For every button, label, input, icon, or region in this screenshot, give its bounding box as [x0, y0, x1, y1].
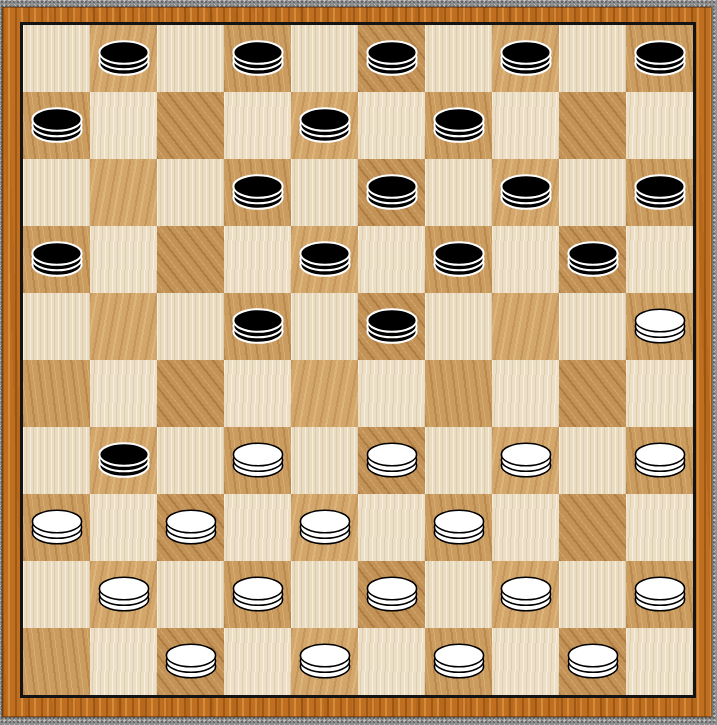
- square-13[interactable]: [358, 159, 425, 226]
- white-man-piece[interactable]: [97, 576, 151, 613]
- square-27[interactable]: [157, 360, 224, 427]
- square-24[interactable]: [492, 293, 559, 360]
- square-50[interactable]: [559, 628, 626, 695]
- square-light-r1c3: [157, 25, 224, 92]
- white-man-piece[interactable]: [633, 308, 687, 345]
- square-43[interactable]: [358, 561, 425, 628]
- square-light-r10c10: [626, 628, 693, 695]
- square-light-r10c6: [358, 628, 425, 695]
- black-man-piece[interactable]: [30, 241, 84, 278]
- square-light-r2c10: [626, 92, 693, 159]
- square-21[interactable]: [90, 293, 157, 360]
- square-light-r1c1: [23, 25, 90, 92]
- square-light-r3c7: [425, 159, 492, 226]
- white-man-piece[interactable]: [298, 643, 352, 680]
- square-6[interactable]: [23, 92, 90, 159]
- square-26[interactable]: [23, 360, 90, 427]
- square-light-r7c5: [291, 427, 358, 494]
- square-light-r4c4: [224, 226, 291, 293]
- square-4[interactable]: [492, 25, 559, 92]
- square-45[interactable]: [626, 561, 693, 628]
- square-light-r6c6: [358, 360, 425, 427]
- square-light-r5c9: [559, 293, 626, 360]
- black-man-piece[interactable]: [97, 442, 151, 479]
- square-light-r10c8: [492, 628, 559, 695]
- square-49[interactable]: [425, 628, 492, 695]
- square-light-r9c1: [23, 561, 90, 628]
- square-light-r5c1: [23, 293, 90, 360]
- black-man-piece[interactable]: [97, 40, 151, 77]
- square-light-r1c9: [559, 25, 626, 92]
- square-9[interactable]: [425, 92, 492, 159]
- square-25[interactable]: [626, 293, 693, 360]
- white-man-piece[interactable]: [231, 442, 285, 479]
- square-35[interactable]: [626, 427, 693, 494]
- white-man-piece[interactable]: [365, 442, 419, 479]
- square-28[interactable]: [291, 360, 358, 427]
- square-light-r7c3: [157, 427, 224, 494]
- square-22[interactable]: [224, 293, 291, 360]
- square-light-r8c10: [626, 494, 693, 561]
- white-man-piece[interactable]: [365, 576, 419, 613]
- black-man-piece[interactable]: [231, 174, 285, 211]
- square-41[interactable]: [90, 561, 157, 628]
- square-light-r8c2: [90, 494, 157, 561]
- square-31[interactable]: [90, 427, 157, 494]
- black-man-piece[interactable]: [231, 40, 285, 77]
- white-man-piece[interactable]: [499, 442, 553, 479]
- white-man-piece[interactable]: [499, 576, 553, 613]
- square-42[interactable]: [224, 561, 291, 628]
- square-light-r5c3: [157, 293, 224, 360]
- black-man-piece[interactable]: [365, 40, 419, 77]
- square-1[interactable]: [90, 25, 157, 92]
- desktop-background: [0, 0, 717, 725]
- square-light-r6c8: [492, 360, 559, 427]
- square-18[interactable]: [291, 226, 358, 293]
- black-man-piece[interactable]: [365, 174, 419, 211]
- square-5[interactable]: [626, 25, 693, 92]
- square-light-r8c8: [492, 494, 559, 561]
- square-light-r9c7: [425, 561, 492, 628]
- square-7[interactable]: [157, 92, 224, 159]
- black-man-piece[interactable]: [365, 308, 419, 345]
- white-man-piece[interactable]: [633, 576, 687, 613]
- square-light-r2c4: [224, 92, 291, 159]
- square-47[interactable]: [157, 628, 224, 695]
- square-2[interactable]: [224, 25, 291, 92]
- square-light-r3c1: [23, 159, 90, 226]
- square-light-r3c9: [559, 159, 626, 226]
- square-40[interactable]: [559, 494, 626, 561]
- square-light-r6c10: [626, 360, 693, 427]
- square-light-r2c6: [358, 92, 425, 159]
- square-20[interactable]: [559, 226, 626, 293]
- square-14[interactable]: [492, 159, 559, 226]
- square-light-r9c9: [559, 561, 626, 628]
- square-10[interactable]: [559, 92, 626, 159]
- black-man-piece[interactable]: [231, 308, 285, 345]
- square-light-r7c7: [425, 427, 492, 494]
- square-light-r3c3: [157, 159, 224, 226]
- square-light-r9c5: [291, 561, 358, 628]
- white-man-piece[interactable]: [633, 442, 687, 479]
- black-man-piece[interactable]: [298, 241, 352, 278]
- square-light-r7c9: [559, 427, 626, 494]
- square-light-r4c6: [358, 226, 425, 293]
- white-man-piece[interactable]: [298, 509, 352, 546]
- square-light-r8c4: [224, 494, 291, 561]
- white-man-piece[interactable]: [566, 643, 620, 680]
- square-48[interactable]: [291, 628, 358, 695]
- square-11[interactable]: [90, 159, 157, 226]
- square-light-r5c5: [291, 293, 358, 360]
- square-29[interactable]: [425, 360, 492, 427]
- square-light-r9c3: [157, 561, 224, 628]
- black-man-piece[interactable]: [432, 107, 486, 144]
- square-light-r3c5: [291, 159, 358, 226]
- square-36[interactable]: [23, 494, 90, 561]
- square-33[interactable]: [358, 427, 425, 494]
- black-man-piece[interactable]: [30, 107, 84, 144]
- square-3[interactable]: [358, 25, 425, 92]
- square-light-r6c4: [224, 360, 291, 427]
- square-32[interactable]: [224, 427, 291, 494]
- square-light-r4c8: [492, 226, 559, 293]
- square-19[interactable]: [425, 226, 492, 293]
- square-light-r10c2: [90, 628, 157, 695]
- white-man-piece[interactable]: [432, 509, 486, 546]
- square-light-r8c6: [358, 494, 425, 561]
- black-man-piece[interactable]: [633, 174, 687, 211]
- square-44[interactable]: [492, 561, 559, 628]
- white-man-piece[interactable]: [164, 643, 218, 680]
- black-man-piece[interactable]: [432, 241, 486, 278]
- black-man-piece[interactable]: [499, 174, 553, 211]
- square-8[interactable]: [291, 92, 358, 159]
- square-39[interactable]: [425, 494, 492, 561]
- white-man-piece[interactable]: [164, 509, 218, 546]
- square-light-r2c2: [90, 92, 157, 159]
- square-light-r1c7: [425, 25, 492, 92]
- white-man-piece[interactable]: [432, 643, 486, 680]
- square-light-r5c7: [425, 293, 492, 360]
- black-man-piece[interactable]: [633, 40, 687, 77]
- square-12[interactable]: [224, 159, 291, 226]
- square-light-r6c2: [90, 360, 157, 427]
- black-man-piece[interactable]: [566, 241, 620, 278]
- white-man-piece[interactable]: [30, 509, 84, 546]
- square-15[interactable]: [626, 159, 693, 226]
- black-man-piece[interactable]: [499, 40, 553, 77]
- draughts-board: [20, 22, 696, 698]
- square-light-r1c5: [291, 25, 358, 92]
- square-37[interactable]: [157, 494, 224, 561]
- square-light-r7c1: [23, 427, 90, 494]
- square-38[interactable]: [291, 494, 358, 561]
- square-17[interactable]: [157, 226, 224, 293]
- square-light-r10c4: [224, 628, 291, 695]
- square-light-r2c8: [492, 92, 559, 159]
- square-46[interactable]: [23, 628, 90, 695]
- square-34[interactable]: [492, 427, 559, 494]
- white-man-piece[interactable]: [231, 576, 285, 613]
- square-light-r4c2: [90, 226, 157, 293]
- black-man-piece[interactable]: [298, 107, 352, 144]
- square-light-r4c10: [626, 226, 693, 293]
- square-16[interactable]: [23, 226, 90, 293]
- square-23[interactable]: [358, 293, 425, 360]
- square-30[interactable]: [559, 360, 626, 427]
